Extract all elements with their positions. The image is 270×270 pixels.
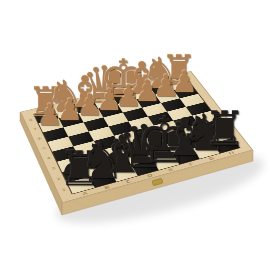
rank-label: 5 bbox=[42, 146, 47, 150]
file-label: F bbox=[188, 162, 194, 166]
chess-set-product-photo: ABCDEFGH87654321 ♜♞♝♛♚♝♞♜♟♟♟♟♟♟♟♟♟♟♟♟♟♟♟… bbox=[0, 0, 270, 270]
file-label: E bbox=[168, 168, 174, 172]
rank-label: 6 bbox=[37, 137, 42, 140]
rank-label: 3 bbox=[51, 166, 56, 170]
file-label: C bbox=[125, 179, 132, 184]
rank-label: 4 bbox=[46, 156, 51, 160]
rank-label: 8 bbox=[29, 118, 34, 121]
file-label: D bbox=[146, 173, 153, 178]
rank-label: 1 bbox=[61, 188, 66, 192]
file-label: H bbox=[228, 151, 235, 155]
rank-label: 7 bbox=[33, 128, 38, 131]
file-label: G bbox=[208, 156, 215, 161]
file-label: B bbox=[104, 185, 111, 190]
rank-label: 2 bbox=[56, 177, 61, 181]
file-label: A bbox=[82, 191, 89, 196]
